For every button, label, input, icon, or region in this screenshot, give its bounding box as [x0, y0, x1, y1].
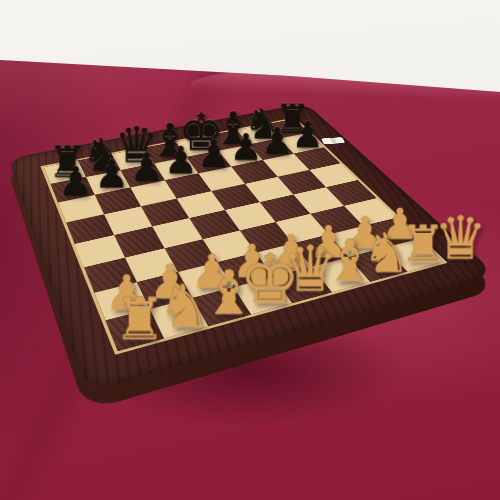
white-pawn-h2: ♟ — [381, 205, 419, 244]
square-b6 — [95, 188, 141, 215]
square-c5 — [141, 199, 189, 227]
photo-stage: ♜♞♛♝♚♝♞♜♟♟♟♟♟♟♟♟♟♟♟♟♟♟♟♟♜♞♝♚♛♝♞♜ ♛ 264 — [0, 0, 500, 500]
square-d2: ♟ — [218, 253, 274, 287]
white-queen-e1: ♛ — [282, 241, 338, 299]
lot-sticker-label: 264 — [328, 137, 338, 144]
lot-sticker: 264 — [321, 137, 345, 144]
